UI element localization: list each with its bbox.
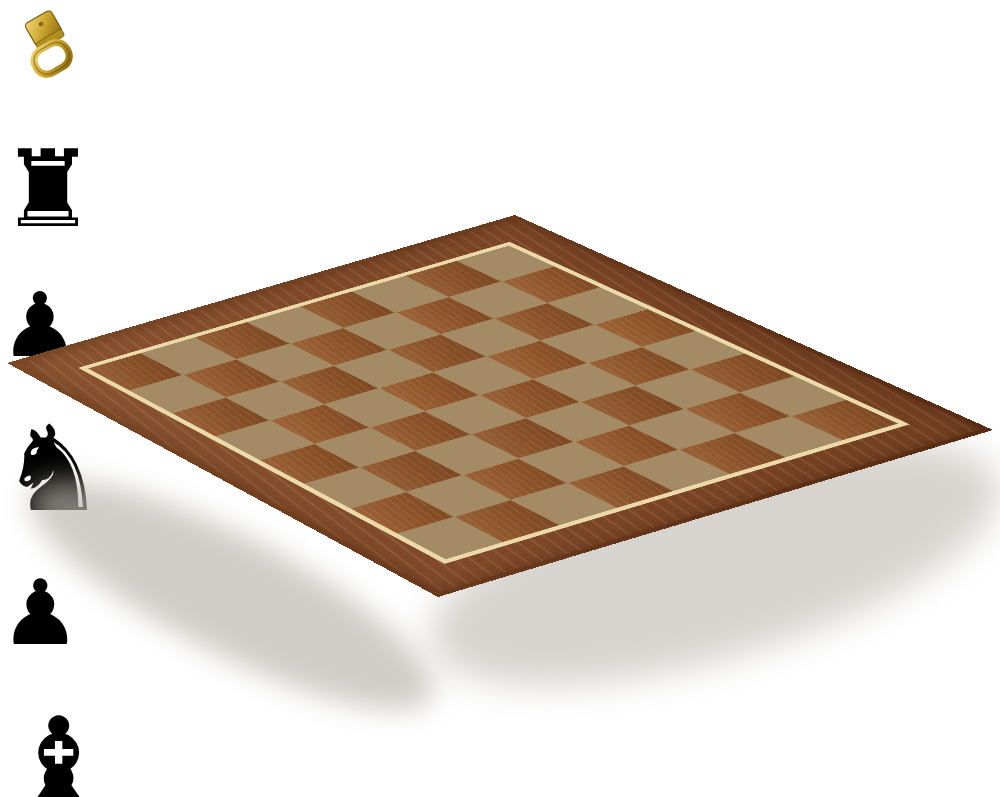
piece-shadow	[0, 93, 38, 116]
piece-black-pawn-b7: ♟	[0, 561, 81, 665]
brass-clasp-icon	[0, 0, 96, 100]
piece-black-bishop-c8: ♝	[0, 689, 117, 797]
piece-shadow	[0, 239, 38, 262]
piece-black-rook-a8: ♜	[0, 127, 96, 251]
chess-set-photo: ♜♟♞♟♝♟♛♟♚♟♟♜♝♟♟♞♞♟♟♝♜♟♟♛♟♚♟♝♟♞♟♜	[0, 0, 1000, 797]
piece-shadow	[0, 527, 38, 550]
piece-shadow	[0, 654, 39, 677]
